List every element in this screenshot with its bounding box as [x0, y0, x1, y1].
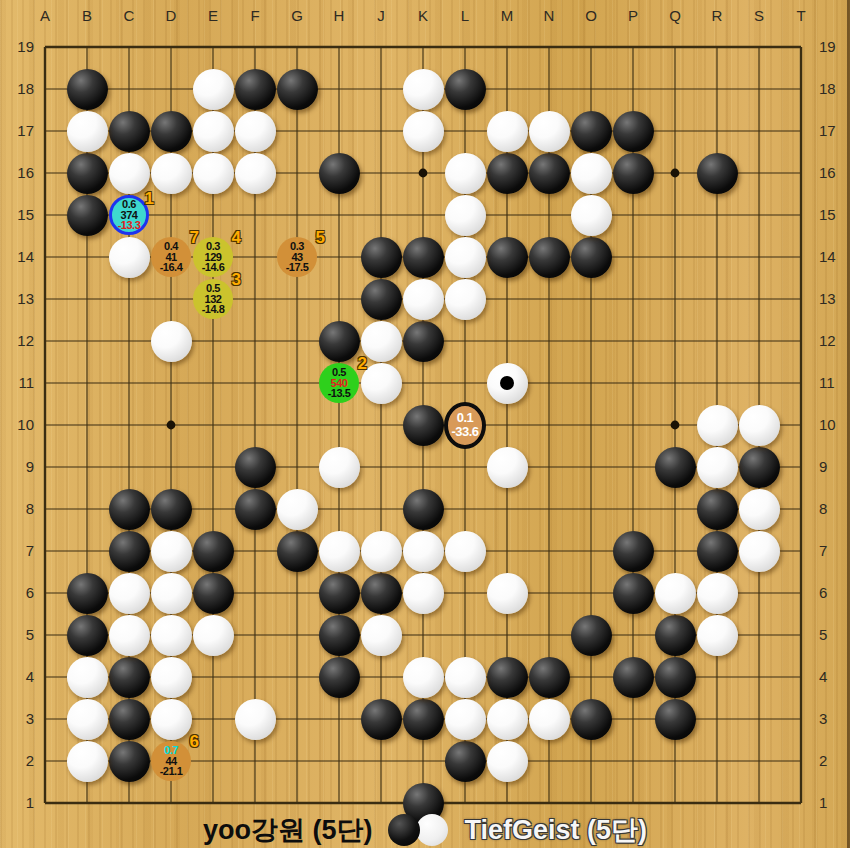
stone-white-N3 — [529, 699, 570, 740]
candidate-stat: -14.6 — [202, 262, 225, 273]
coord-row-11-right: 11 — [819, 374, 847, 392]
stone-black-Q3 — [655, 699, 696, 740]
candidate-stat: -13.5 — [328, 388, 351, 399]
stone-white-D6 — [151, 573, 192, 614]
stone-black-J3 — [361, 699, 402, 740]
stone-black-B15 — [67, 195, 108, 236]
candidate-move-C15[interactable]: 0.6374-13.31 — [109, 195, 149, 235]
stone-black-O3 — [571, 699, 612, 740]
candidate-rank-label: 3 — [232, 270, 241, 290]
coord-col-R: R — [706, 7, 728, 25]
coord-row-5-right: 5 — [819, 626, 847, 644]
stone-white-N17 — [529, 111, 570, 152]
candidate-rank-label: 2 — [358, 354, 367, 374]
coord-row-6-right: 6 — [819, 584, 847, 602]
coord-col-C: C — [118, 7, 140, 25]
stone-white-E18 — [193, 69, 234, 110]
stone-white-R10 — [697, 405, 738, 446]
black-vs-white-stones-icon — [388, 814, 448, 846]
players-bar: yoo강원 (5단) TiefGeist (5단) — [0, 812, 850, 848]
stone-black-C4 — [109, 657, 150, 698]
stone-white-D7 — [151, 531, 192, 572]
stone-black-Q5 — [655, 615, 696, 656]
coord-row-19-right: 19 — [819, 38, 847, 56]
black-player-name: yoo강원 (5단) — [203, 812, 373, 848]
stone-white-C5 — [109, 615, 150, 656]
coord-col-G: G — [286, 7, 308, 25]
stone-black-C17 — [109, 111, 150, 152]
stone-black-F9 — [235, 447, 276, 488]
stone-black-P17 — [613, 111, 654, 152]
coord-col-D: D — [160, 7, 182, 25]
coord-row-4-right: 4 — [819, 668, 847, 686]
stone-black-G7 — [277, 531, 318, 572]
coord-col-J: J — [370, 7, 392, 25]
candidate-rank-label: 4 — [232, 228, 241, 248]
coord-col-E: E — [202, 7, 224, 25]
stone-white-M2 — [487, 741, 528, 782]
stone-black-C7 — [109, 531, 150, 572]
candidate-rank-label: 7 — [190, 228, 199, 248]
stone-white-O15 — [571, 195, 612, 236]
stone-black-H6 — [319, 573, 360, 614]
stone-black-J13 — [361, 279, 402, 320]
stone-white-J5 — [361, 615, 402, 656]
stone-white-Q6 — [655, 573, 696, 614]
stone-black-B5 — [67, 615, 108, 656]
stone-black-D17 — [151, 111, 192, 152]
stone-black-R16 — [697, 153, 738, 194]
stone-black-J6 — [361, 573, 402, 614]
stone-black-L2 — [445, 741, 486, 782]
coord-row-3-right: 3 — [819, 710, 847, 728]
stone-black-F8 — [235, 489, 276, 530]
coord-col-P: P — [622, 7, 644, 25]
candidate-stat: 0.1 — [457, 411, 474, 425]
stone-white-D12 — [151, 321, 192, 362]
stone-white-M6 — [487, 573, 528, 614]
stone-white-L4 — [445, 657, 486, 698]
stone-white-C6 — [109, 573, 150, 614]
stone-white-K17 — [403, 111, 444, 152]
stone-white-R6 — [697, 573, 738, 614]
stone-white-M3 — [487, 699, 528, 740]
stone-black-H4 — [319, 657, 360, 698]
stone-white-D3 — [151, 699, 192, 740]
candidate-stat: -14.8 — [202, 304, 225, 315]
stone-white-E5 — [193, 615, 234, 656]
stone-black-P6 — [613, 573, 654, 614]
stone-black-O14 — [571, 237, 612, 278]
go-board[interactable]: 0.6374-13.310.5540-13.520.5132-14.830.31… — [24, 26, 822, 824]
white-stone-icon — [416, 814, 448, 846]
stone-white-O16 — [571, 153, 612, 194]
candidate-move-D2[interactable]: 0.744-21.16 — [151, 741, 191, 781]
coord-row-15-right: 15 — [819, 206, 847, 224]
stone-black-B18 — [67, 69, 108, 110]
stone-white-L16 — [445, 153, 486, 194]
candidate-move-E13[interactable]: 0.5132-14.83 — [193, 279, 233, 319]
stone-white-R9 — [697, 447, 738, 488]
coord-row-7-right: 7 — [819, 542, 847, 560]
coord-row-10-right: 10 — [819, 416, 847, 434]
candidate-move-L10[interactable]: 0.1-33.6 — [444, 402, 486, 449]
stone-white-L15 — [445, 195, 486, 236]
stone-black-O17 — [571, 111, 612, 152]
coord-col-S: S — [748, 7, 770, 25]
stone-white-E17 — [193, 111, 234, 152]
coord-row-13-right: 13 — [819, 290, 847, 308]
stone-black-R8 — [697, 489, 738, 530]
stone-black-H12 — [319, 321, 360, 362]
stone-white-R5 — [697, 615, 738, 656]
coord-col-L: L — [454, 7, 476, 25]
stone-black-K10 — [403, 405, 444, 446]
stone-white-K6 — [403, 573, 444, 614]
stone-white-B17 — [67, 111, 108, 152]
stone-black-J14 — [361, 237, 402, 278]
stone-black-K3 — [403, 699, 444, 740]
stone-white-J7 — [361, 531, 402, 572]
coord-col-T: T — [790, 7, 812, 25]
coord-row-16-right: 16 — [819, 164, 847, 182]
coord-col-O: O — [580, 7, 602, 25]
stone-black-C2 — [109, 741, 150, 782]
stone-black-N4 — [529, 657, 570, 698]
stone-black-O5 — [571, 615, 612, 656]
stone-black-R7 — [697, 531, 738, 572]
stone-white-S7 — [739, 531, 780, 572]
stone-white-H9 — [319, 447, 360, 488]
candidate-stat: -16.4 — [160, 262, 183, 273]
candidate-stat: -13.3 — [118, 220, 141, 231]
coord-col-K: K — [412, 7, 434, 25]
coord-row-14-right: 14 — [819, 248, 847, 266]
coord-row-9-right: 9 — [819, 458, 847, 476]
stone-black-M14 — [487, 237, 528, 278]
stone-white-K18 — [403, 69, 444, 110]
stone-white-C16 — [109, 153, 150, 194]
stone-white-B3 — [67, 699, 108, 740]
stone-white-L13 — [445, 279, 486, 320]
stone-black-B6 — [67, 573, 108, 614]
stone-black-H16 — [319, 153, 360, 194]
coord-col-M: M — [496, 7, 518, 25]
stone-black-K8 — [403, 489, 444, 530]
stone-black-S9 — [739, 447, 780, 488]
stone-black-C3 — [109, 699, 150, 740]
white-player-name: TiefGeist (5단) — [464, 812, 647, 848]
stone-white-L7 — [445, 531, 486, 572]
stone-black-K14 — [403, 237, 444, 278]
coord-col-B: B — [76, 7, 98, 25]
candidate-move-H11[interactable]: 0.5540-13.52 — [319, 363, 359, 403]
coord-row-2-right: 2 — [819, 752, 847, 770]
stone-white-G8 — [277, 489, 318, 530]
stone-black-C8 — [109, 489, 150, 530]
stone-white-M17 — [487, 111, 528, 152]
candidate-stat: -17.5 — [286, 262, 309, 273]
stone-white-L3 — [445, 699, 486, 740]
candidate-move-D14[interactable]: 0.441-16.47 — [151, 237, 191, 277]
stone-black-P16 — [613, 153, 654, 194]
candidate-stat: -33.6 — [451, 425, 478, 439]
coord-col-N: N — [538, 7, 560, 25]
stone-black-F18 — [235, 69, 276, 110]
stone-white-S10 — [739, 405, 780, 446]
stone-white-D5 — [151, 615, 192, 656]
stone-black-B16 — [67, 153, 108, 194]
stone-black-P7 — [613, 531, 654, 572]
stone-white-F17 — [235, 111, 276, 152]
stone-black-G18 — [277, 69, 318, 110]
candidate-rank-label: 5 — [316, 228, 325, 248]
stone-black-H5 — [319, 615, 360, 656]
last-move-marker — [500, 376, 514, 390]
stone-white-F3 — [235, 699, 276, 740]
stone-white-K13 — [403, 279, 444, 320]
stone-white-S8 — [739, 489, 780, 530]
stone-black-Q9 — [655, 447, 696, 488]
coord-col-Q: Q — [664, 7, 686, 25]
stone-white-M9 — [487, 447, 528, 488]
stone-black-E7 — [193, 531, 234, 572]
stone-black-P4 — [613, 657, 654, 698]
stone-black-M4 — [487, 657, 528, 698]
coord-row-1-right: 1 — [819, 794, 847, 812]
stone-white-B4 — [67, 657, 108, 698]
stone-black-E6 — [193, 573, 234, 614]
coord-col-A: A — [34, 7, 56, 25]
coord-row-17-right: 17 — [819, 122, 847, 140]
coord-row-12-right: 12 — [819, 332, 847, 350]
candidate-move-G14[interactable]: 0.343-17.55 — [277, 237, 317, 277]
coord-row-18-right: 18 — [819, 80, 847, 98]
stone-white-K4 — [403, 657, 444, 698]
stone-black-L18 — [445, 69, 486, 110]
stone-black-K12 — [403, 321, 444, 362]
stone-white-M11 — [487, 363, 528, 404]
black-stone-icon — [388, 814, 420, 846]
candidate-rank-label: 1 — [145, 189, 154, 209]
stone-black-N14 — [529, 237, 570, 278]
stone-white-D4 — [151, 657, 192, 698]
stone-white-L14 — [445, 237, 486, 278]
candidate-move-E14[interactable]: 0.3129-14.64 — [193, 237, 233, 277]
coord-row-8-right: 8 — [819, 500, 847, 518]
stone-black-N16 — [529, 153, 570, 194]
stone-white-D16 — [151, 153, 192, 194]
stone-white-C14 — [109, 237, 150, 278]
candidate-rank-label: 6 — [190, 732, 199, 752]
go-analysis-screen: ABCDEFGHJKLMNOPQRST 19181716151413121110… — [0, 0, 850, 848]
stone-black-Q4 — [655, 657, 696, 698]
stone-black-M16 — [487, 153, 528, 194]
stone-black-D8 — [151, 489, 192, 530]
stone-white-F16 — [235, 153, 276, 194]
coord-col-H: H — [328, 7, 350, 25]
stone-white-B2 — [67, 741, 108, 782]
stone-white-H7 — [319, 531, 360, 572]
stone-white-K7 — [403, 531, 444, 572]
candidate-stat: -21.1 — [160, 766, 183, 777]
stone-white-E16 — [193, 153, 234, 194]
coord-col-F: F — [244, 7, 266, 25]
